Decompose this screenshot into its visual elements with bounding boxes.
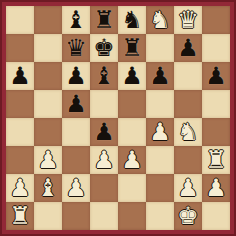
piece-white-bishop: ♝ bbox=[34, 174, 62, 202]
square-d5[interactable] bbox=[90, 90, 118, 118]
square-f1[interactable] bbox=[146, 202, 174, 230]
square-c7[interactable]: ♛ bbox=[62, 34, 90, 62]
square-h7[interactable] bbox=[202, 34, 230, 62]
piece-black-bishop: ♝ bbox=[90, 62, 118, 90]
square-b3[interactable]: ♟ bbox=[34, 146, 62, 174]
square-d2[interactable] bbox=[90, 174, 118, 202]
piece-white-pawn: ♟ bbox=[202, 174, 230, 202]
square-g7[interactable]: ♟ bbox=[174, 34, 202, 62]
square-b7[interactable] bbox=[34, 34, 62, 62]
piece-white-pawn: ♟ bbox=[146, 118, 174, 146]
piece-black-pawn: ♟ bbox=[62, 90, 90, 118]
square-h1[interactable] bbox=[202, 202, 230, 230]
square-e3[interactable]: ♟ bbox=[118, 146, 146, 174]
square-f8[interactable]: ♞ bbox=[146, 6, 174, 34]
square-d1[interactable] bbox=[90, 202, 118, 230]
square-f5[interactable] bbox=[146, 90, 174, 118]
piece-white-pawn: ♟ bbox=[34, 146, 62, 174]
square-a6[interactable]: ♟ bbox=[6, 62, 34, 90]
square-c1[interactable] bbox=[62, 202, 90, 230]
square-g8[interactable]: ♛ bbox=[174, 6, 202, 34]
square-g4[interactable]: ♞ bbox=[174, 118, 202, 146]
piece-black-pawn: ♟ bbox=[118, 62, 146, 90]
piece-black-pawn: ♟ bbox=[6, 62, 34, 90]
square-g6[interactable] bbox=[174, 62, 202, 90]
piece-black-rook: ♜ bbox=[90, 6, 118, 34]
square-h2[interactable]: ♟ bbox=[202, 174, 230, 202]
square-d6[interactable]: ♝ bbox=[90, 62, 118, 90]
piece-white-king: ♚ bbox=[174, 202, 202, 230]
square-e5[interactable] bbox=[118, 90, 146, 118]
board-frame: ♝♜♞♞♛♛♚♜♟♟♟♝♟♟♟♟♟♟♞♟♟♟♜♟♝♟♟♟♜♚ bbox=[0, 0, 236, 236]
piece-black-king: ♚ bbox=[90, 34, 118, 62]
piece-white-pawn: ♟ bbox=[62, 174, 90, 202]
square-d4[interactable]: ♟ bbox=[90, 118, 118, 146]
square-a8[interactable] bbox=[6, 6, 34, 34]
square-b5[interactable] bbox=[34, 90, 62, 118]
square-a1[interactable]: ♜ bbox=[6, 202, 34, 230]
square-b8[interactable] bbox=[34, 6, 62, 34]
piece-white-pawn: ♟ bbox=[90, 146, 118, 174]
square-a3[interactable] bbox=[6, 146, 34, 174]
piece-white-rook: ♜ bbox=[202, 146, 230, 174]
square-a7[interactable] bbox=[6, 34, 34, 62]
square-f4[interactable]: ♟ bbox=[146, 118, 174, 146]
square-b6[interactable] bbox=[34, 62, 62, 90]
square-c8[interactable]: ♝ bbox=[62, 6, 90, 34]
square-b4[interactable] bbox=[34, 118, 62, 146]
square-d3[interactable]: ♟ bbox=[90, 146, 118, 174]
square-f7[interactable] bbox=[146, 34, 174, 62]
square-h5[interactable] bbox=[202, 90, 230, 118]
piece-white-queen: ♛ bbox=[174, 6, 202, 34]
square-c4[interactable] bbox=[62, 118, 90, 146]
square-c2[interactable]: ♟ bbox=[62, 174, 90, 202]
square-c5[interactable]: ♟ bbox=[62, 90, 90, 118]
piece-white-knight: ♞ bbox=[146, 6, 174, 34]
square-g1[interactable]: ♚ bbox=[174, 202, 202, 230]
square-b1[interactable] bbox=[34, 202, 62, 230]
square-e1[interactable] bbox=[118, 202, 146, 230]
piece-white-pawn: ♟ bbox=[174, 174, 202, 202]
piece-black-rook: ♜ bbox=[118, 34, 146, 62]
piece-black-bishop: ♝ bbox=[62, 6, 90, 34]
square-d8[interactable]: ♜ bbox=[90, 6, 118, 34]
square-e4[interactable] bbox=[118, 118, 146, 146]
piece-white-pawn: ♟ bbox=[6, 174, 34, 202]
square-g2[interactable]: ♟ bbox=[174, 174, 202, 202]
square-a4[interactable] bbox=[6, 118, 34, 146]
square-c3[interactable] bbox=[62, 146, 90, 174]
chess-board: ♝♜♞♞♛♛♚♜♟♟♟♝♟♟♟♟♟♟♞♟♟♟♜♟♝♟♟♟♜♚ bbox=[6, 6, 230, 230]
square-e2[interactable] bbox=[118, 174, 146, 202]
square-a2[interactable]: ♟ bbox=[6, 174, 34, 202]
square-f3[interactable] bbox=[146, 146, 174, 174]
square-h3[interactable]: ♜ bbox=[202, 146, 230, 174]
square-c6[interactable]: ♟ bbox=[62, 62, 90, 90]
square-d7[interactable]: ♚ bbox=[90, 34, 118, 62]
square-h6[interactable]: ♟ bbox=[202, 62, 230, 90]
piece-black-knight: ♞ bbox=[118, 6, 146, 34]
piece-black-pawn: ♟ bbox=[174, 34, 202, 62]
piece-black-queen: ♛ bbox=[62, 34, 90, 62]
square-b2[interactable]: ♝ bbox=[34, 174, 62, 202]
piece-black-pawn: ♟ bbox=[90, 118, 118, 146]
square-f6[interactable]: ♟ bbox=[146, 62, 174, 90]
piece-black-pawn: ♟ bbox=[202, 62, 230, 90]
square-f2[interactable] bbox=[146, 174, 174, 202]
piece-black-pawn: ♟ bbox=[146, 62, 174, 90]
square-g3[interactable] bbox=[174, 146, 202, 174]
square-h8[interactable] bbox=[202, 6, 230, 34]
square-g5[interactable] bbox=[174, 90, 202, 118]
piece-white-pawn: ♟ bbox=[118, 146, 146, 174]
square-a5[interactable] bbox=[6, 90, 34, 118]
square-e7[interactable]: ♜ bbox=[118, 34, 146, 62]
piece-black-pawn: ♟ bbox=[62, 62, 90, 90]
square-e6[interactable]: ♟ bbox=[118, 62, 146, 90]
piece-white-rook: ♜ bbox=[6, 202, 34, 230]
square-e8[interactable]: ♞ bbox=[118, 6, 146, 34]
square-h4[interactable] bbox=[202, 118, 230, 146]
piece-white-knight: ♞ bbox=[174, 118, 202, 146]
